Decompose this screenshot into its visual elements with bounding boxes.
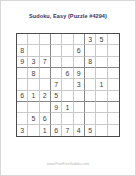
sudoku-cell[interactable] xyxy=(74,102,85,113)
sudoku-cell[interactable] xyxy=(96,102,107,113)
sudoku-cell[interactable] xyxy=(108,57,119,68)
sudoku-cell[interactable] xyxy=(96,125,107,136)
footer-url: www.PrintFreeSudoku.com xyxy=(1,162,135,166)
sudoku-cell[interactable] xyxy=(96,45,107,56)
sudoku-cell[interactable]: 3 xyxy=(74,79,85,90)
sudoku-cell[interactable] xyxy=(108,79,119,90)
sudoku-cell[interactable]: 1 xyxy=(40,125,51,136)
page-title: Sudoku, Easy (Puzzle #4294) xyxy=(1,13,135,19)
sudoku-cell[interactable]: 3 xyxy=(17,125,28,136)
sudoku-cell[interactable]: 6 xyxy=(40,113,51,124)
sudoku-cell[interactable]: 1 xyxy=(96,79,107,90)
sudoku-cell[interactable] xyxy=(40,68,51,79)
sudoku-cell[interactable] xyxy=(108,45,119,56)
sudoku-cell[interactable] xyxy=(74,34,85,45)
sudoku-cell[interactable] xyxy=(51,34,62,45)
sudoku-grid: 3586937886973161259156316745 xyxy=(16,33,120,137)
sudoku-cell[interactable] xyxy=(62,34,73,45)
sudoku-cell[interactable] xyxy=(28,45,39,56)
sudoku-cell[interactable] xyxy=(96,113,107,124)
sudoku-cell[interactable]: 7 xyxy=(51,79,62,90)
sudoku-cell[interactable] xyxy=(62,45,73,56)
sudoku-cell[interactable]: 6 xyxy=(17,91,28,102)
sudoku-cell[interactable] xyxy=(17,102,28,113)
sudoku-cell[interactable]: 2 xyxy=(40,91,51,102)
sudoku-cell[interactable] xyxy=(74,113,85,124)
sudoku-cell[interactable]: 8 xyxy=(85,57,96,68)
sudoku-cell[interactable]: 6 xyxy=(74,45,85,56)
sudoku-cell[interactable]: 5 xyxy=(51,91,62,102)
sudoku-cell[interactable]: 5 xyxy=(85,125,96,136)
sudoku-cell[interactable]: 3 xyxy=(85,34,96,45)
sudoku-cell[interactable] xyxy=(62,91,73,102)
sudoku-cell[interactable]: 6 xyxy=(62,68,73,79)
sudoku-cell[interactable] xyxy=(96,57,107,68)
sudoku-cell[interactable] xyxy=(62,113,73,124)
sudoku-cell[interactable]: 5 xyxy=(28,113,39,124)
sudoku-cell[interactable] xyxy=(17,113,28,124)
sudoku-cell[interactable] xyxy=(51,113,62,124)
sudoku-cell[interactable] xyxy=(51,68,62,79)
sudoku-cell[interactable]: 1 xyxy=(28,91,39,102)
sudoku-cell[interactable] xyxy=(85,45,96,56)
sudoku-cell[interactable]: 9 xyxy=(17,57,28,68)
sudoku-cell[interactable] xyxy=(51,57,62,68)
sudoku-cell[interactable] xyxy=(74,57,85,68)
printable-sudoku-page: Sudoku, Easy (Puzzle #4294) 358693788697… xyxy=(0,0,136,176)
sudoku-cell[interactable]: 7 xyxy=(62,125,73,136)
sudoku-cell[interactable] xyxy=(108,113,119,124)
sudoku-cell[interactable]: 3 xyxy=(28,57,39,68)
sudoku-cell[interactable] xyxy=(28,125,39,136)
sudoku-cell[interactable] xyxy=(28,79,39,90)
sudoku-cell[interactable] xyxy=(85,79,96,90)
sudoku-cell[interactable] xyxy=(85,102,96,113)
sudoku-cell[interactable] xyxy=(85,68,96,79)
sudoku-cell[interactable] xyxy=(40,102,51,113)
sudoku-cell[interactable]: 8 xyxy=(28,68,39,79)
sudoku-cell[interactable] xyxy=(85,91,96,102)
sudoku-cell[interactable]: 6 xyxy=(51,125,62,136)
sudoku-cell[interactable]: 7 xyxy=(40,57,51,68)
sudoku-cell[interactable] xyxy=(28,102,39,113)
sudoku-cell[interactable]: 8 xyxy=(17,45,28,56)
sudoku-cell[interactable] xyxy=(40,45,51,56)
sudoku-cell[interactable]: 9 xyxy=(74,68,85,79)
sudoku-cell[interactable] xyxy=(62,57,73,68)
sudoku-cell[interactable] xyxy=(17,68,28,79)
sudoku-cell[interactable] xyxy=(51,45,62,56)
sudoku-cell[interactable] xyxy=(17,34,28,45)
sudoku-cell[interactable] xyxy=(62,79,73,90)
sudoku-cell[interactable] xyxy=(108,34,119,45)
sudoku-cell[interactable] xyxy=(40,34,51,45)
sudoku-cell[interactable] xyxy=(96,91,107,102)
sudoku-cell[interactable] xyxy=(108,102,119,113)
sudoku-cell[interactable] xyxy=(40,79,51,90)
sudoku-cell[interactable]: 9 xyxy=(51,102,62,113)
sudoku-cell[interactable] xyxy=(85,113,96,124)
sudoku-cell[interactable]: 4 xyxy=(74,125,85,136)
sudoku-cell[interactable]: 1 xyxy=(62,102,73,113)
sudoku-cell[interactable] xyxy=(28,34,39,45)
sudoku-cell[interactable] xyxy=(74,91,85,102)
sudoku-cell[interactable] xyxy=(108,91,119,102)
sudoku-cell[interactable]: 5 xyxy=(96,34,107,45)
sudoku-cell[interactable] xyxy=(108,68,119,79)
sudoku-cell[interactable] xyxy=(96,68,107,79)
sudoku-cell[interactable] xyxy=(17,79,28,90)
sudoku-cell[interactable] xyxy=(108,125,119,136)
